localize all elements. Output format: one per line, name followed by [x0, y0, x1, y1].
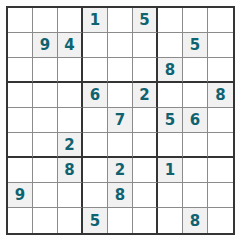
- cell-r9c8[interactable]: 8: [183, 208, 208, 233]
- cell-r5c7[interactable]: 5: [158, 108, 183, 133]
- cell-r2c3[interactable]: 4: [58, 33, 83, 58]
- cell-r2c9[interactable]: [208, 33, 233, 58]
- cell-r7c1[interactable]: [8, 158, 33, 183]
- cell-r9c5[interactable]: [108, 208, 133, 233]
- cell-r4c1[interactable]: [8, 83, 33, 108]
- cell-r9c6[interactable]: [133, 208, 158, 233]
- cell-r6c4[interactable]: [83, 133, 108, 158]
- cell-r5c4[interactable]: [83, 108, 108, 133]
- cell-r2c2[interactable]: 9: [33, 33, 58, 58]
- cell-r5c5[interactable]: 7: [108, 108, 133, 133]
- cell-r1c2[interactable]: [33, 8, 58, 33]
- cell-r2c5[interactable]: [108, 33, 133, 58]
- cell-r3c1[interactable]: [8, 58, 33, 83]
- cell-r5c1[interactable]: [8, 108, 33, 133]
- cell-r6c5[interactable]: [108, 133, 133, 158]
- cell-r1c4[interactable]: 1: [83, 8, 108, 33]
- cell-r6c9[interactable]: [208, 133, 233, 158]
- cell-r8c2[interactable]: [33, 183, 58, 208]
- cell-r3c6[interactable]: [133, 58, 158, 83]
- cell-r6c6[interactable]: [133, 133, 158, 158]
- cell-r9c2[interactable]: [33, 208, 58, 233]
- cell-r7c7[interactable]: 1: [158, 158, 183, 183]
- cell-r5c9[interactable]: [208, 108, 233, 133]
- cell-r1c7[interactable]: [158, 8, 183, 33]
- cell-r1c8[interactable]: [183, 8, 208, 33]
- cell-r8c7[interactable]: [158, 183, 183, 208]
- sudoku-grid: 15945862875628219858: [6, 6, 235, 235]
- cell-r3c4[interactable]: [83, 58, 108, 83]
- cell-r4c7[interactable]: [158, 83, 183, 108]
- cell-r9c9[interactable]: [208, 208, 233, 233]
- cell-r1c3[interactable]: [58, 8, 83, 33]
- cell-r8c5[interactable]: 8: [108, 183, 133, 208]
- cell-r5c6[interactable]: [133, 108, 158, 133]
- cell-r9c4[interactable]: 5: [83, 208, 108, 233]
- cell-r7c6[interactable]: [133, 158, 158, 183]
- cell-r4c8[interactable]: [183, 83, 208, 108]
- cell-r7c9[interactable]: [208, 158, 233, 183]
- cell-r3c2[interactable]: [33, 58, 58, 83]
- cell-r2c4[interactable]: [83, 33, 108, 58]
- cell-r4c6[interactable]: 2: [133, 83, 158, 108]
- cell-r2c7[interactable]: [158, 33, 183, 58]
- cell-r7c8[interactable]: [183, 158, 208, 183]
- cell-r7c2[interactable]: [33, 158, 58, 183]
- cell-r6c7[interactable]: [158, 133, 183, 158]
- cell-r8c3[interactable]: [58, 183, 83, 208]
- cell-r6c8[interactable]: [183, 133, 208, 158]
- cell-r3c7[interactable]: 8: [158, 58, 183, 83]
- cell-r3c5[interactable]: [108, 58, 133, 83]
- cell-r9c3[interactable]: [58, 208, 83, 233]
- cell-r6c3[interactable]: 2: [58, 133, 83, 158]
- cell-r9c7[interactable]: [158, 208, 183, 233]
- cell-r9c1[interactable]: [8, 208, 33, 233]
- cell-r2c1[interactable]: [8, 33, 33, 58]
- cell-r3c3[interactable]: [58, 58, 83, 83]
- cell-r7c4[interactable]: [83, 158, 108, 183]
- cell-r3c9[interactable]: [208, 58, 233, 83]
- cell-r3c8[interactable]: [183, 58, 208, 83]
- cell-r2c6[interactable]: [133, 33, 158, 58]
- cell-r4c3[interactable]: [58, 83, 83, 108]
- sudoku-board-wrap: 15945862875628219858: [6, 6, 235, 235]
- cell-r7c3[interactable]: 8: [58, 158, 83, 183]
- cell-r5c2[interactable]: [33, 108, 58, 133]
- cell-r1c6[interactable]: 5: [133, 8, 158, 33]
- cell-r6c2[interactable]: [33, 133, 58, 158]
- cell-r1c5[interactable]: [108, 8, 133, 33]
- cell-r4c9[interactable]: 8: [208, 83, 233, 108]
- cell-r8c8[interactable]: [183, 183, 208, 208]
- cell-r8c6[interactable]: [133, 183, 158, 208]
- cell-r6c1[interactable]: [8, 133, 33, 158]
- cell-r8c1[interactable]: 9: [8, 183, 33, 208]
- cell-r4c5[interactable]: [108, 83, 133, 108]
- cell-r1c1[interactable]: [8, 8, 33, 33]
- cell-r4c4[interactable]: 6: [83, 83, 108, 108]
- cell-r1c9[interactable]: [208, 8, 233, 33]
- cell-r8c9[interactable]: [208, 183, 233, 208]
- cell-r8c4[interactable]: [83, 183, 108, 208]
- cell-r2c8[interactable]: 5: [183, 33, 208, 58]
- cell-r5c8[interactable]: 6: [183, 108, 208, 133]
- cell-r4c2[interactable]: [33, 83, 58, 108]
- cell-r7c5[interactable]: 2: [108, 158, 133, 183]
- cell-r5c3[interactable]: [58, 108, 83, 133]
